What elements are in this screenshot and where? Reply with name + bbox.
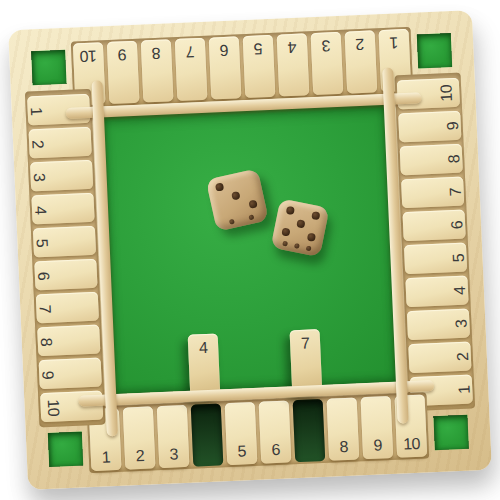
- tile-number: 7: [447, 187, 463, 196]
- tile-number: 1: [379, 34, 410, 51]
- tile-number: 10: [439, 84, 456, 101]
- center-felt: [102, 104, 398, 394]
- tile-top-8[interactable]: 8: [141, 39, 174, 102]
- tile-number: 8: [446, 154, 462, 163]
- die-pip: [307, 232, 316, 241]
- tile-number: 7: [175, 43, 206, 60]
- tile-number: 3: [159, 446, 190, 463]
- tile-number: 1: [456, 385, 472, 394]
- tile-left-5[interactable]: 5: [33, 226, 96, 258]
- tile-bottom-2[interactable]: 2: [123, 406, 156, 469]
- tray-bottom: 123568910: [87, 392, 430, 473]
- tile-number: 7: [36, 304, 52, 313]
- tile-left-4[interactable]: 4: [31, 193, 94, 225]
- tile-top-6[interactable]: 6: [209, 36, 242, 99]
- tile-number: 2: [125, 447, 156, 464]
- tile-number: 2: [454, 352, 470, 361]
- tile-number: 5: [34, 238, 50, 247]
- empty-slot-bottom-4: [191, 403, 224, 466]
- die-pip: [281, 227, 290, 236]
- tile-number: 8: [141, 44, 172, 61]
- tile-number: 2: [29, 139, 45, 148]
- tile-number: 3: [31, 172, 47, 181]
- tile-top-2[interactable]: 2: [345, 30, 378, 93]
- tile-number: 6: [449, 220, 465, 229]
- tile-top-4[interactable]: 4: [277, 33, 310, 96]
- tile-number: 4: [452, 286, 468, 295]
- tile-number: 5: [450, 253, 466, 262]
- tile-number: 7: [290, 335, 321, 352]
- tile-number: 3: [311, 37, 342, 54]
- die-1[interactable]: [206, 168, 269, 231]
- tile-right-6[interactable]: 6: [403, 210, 466, 242]
- tile-number: 4: [277, 38, 308, 55]
- tile-right-3[interactable]: 3: [407, 309, 470, 341]
- tile-right-7[interactable]: 7: [401, 177, 464, 209]
- tile-bottom-3[interactable]: 3: [157, 405, 190, 468]
- tile-right-2[interactable]: 2: [408, 341, 471, 373]
- tile-number: 6: [35, 271, 51, 280]
- tile-left-6[interactable]: 6: [34, 259, 97, 291]
- tile-left-9[interactable]: 9: [39, 358, 102, 390]
- tile-number: 10: [73, 47, 104, 64]
- tile-bottom-6[interactable]: 6: [259, 400, 292, 463]
- die-pip: [305, 245, 311, 251]
- tile-bottom-8[interactable]: 8: [327, 397, 360, 460]
- die-pip: [248, 199, 258, 209]
- tile-number: 1: [28, 106, 44, 115]
- tile-right-8[interactable]: 8: [400, 144, 463, 176]
- die-pip: [282, 240, 288, 246]
- tile-top-7[interactable]: 7: [175, 38, 208, 101]
- tile-number: 4: [188, 339, 219, 356]
- shut-the-box-board: 10987654321 10987654321 123568910 123456…: [8, 10, 492, 490]
- tile-top-9[interactable]: 9: [107, 41, 140, 104]
- die-2[interactable]: [271, 198, 330, 257]
- tile-number: 10: [45, 399, 62, 416]
- tile-right-9[interactable]: 9: [398, 111, 461, 143]
- die-pip: [229, 218, 235, 224]
- tile-number: 5: [226, 443, 257, 460]
- tile-top-3[interactable]: 3: [311, 32, 344, 95]
- tile-right-5[interactable]: 5: [404, 243, 467, 275]
- corner-felt-cutout-top-left: [31, 50, 66, 85]
- tile-number: 3: [453, 319, 469, 328]
- corner-felt-cutout-top-right: [417, 33, 452, 68]
- tile-number: 2: [345, 35, 376, 52]
- tile-number: 9: [107, 46, 138, 63]
- tile-number: 8: [328, 438, 359, 455]
- tile-right-4[interactable]: 4: [405, 276, 468, 308]
- tile-left-8[interactable]: 8: [37, 325, 100, 357]
- tile-number: 9: [362, 437, 393, 454]
- tile-number: 4: [32, 205, 48, 214]
- tile-bottom-5[interactable]: 5: [225, 402, 258, 465]
- tile-number: 1: [91, 449, 122, 466]
- die-pip: [232, 191, 242, 201]
- die-pip: [285, 205, 294, 214]
- tile-number: 9: [39, 370, 55, 379]
- die-pip: [215, 182, 225, 192]
- empty-slot-bottom-7: [293, 399, 326, 462]
- tile-number: 6: [209, 41, 240, 58]
- corner-felt-cutout-bottom-right: [433, 415, 468, 450]
- tile-number: 5: [243, 40, 274, 57]
- die-pip: [311, 211, 320, 220]
- tile-bottom-9[interactable]: 9: [361, 396, 394, 459]
- die-pip: [296, 219, 305, 228]
- tile-top-5[interactable]: 5: [243, 35, 276, 98]
- tile-number: 9: [444, 121, 460, 130]
- tile-left-2[interactable]: 2: [29, 127, 92, 159]
- tile-number: 8: [38, 337, 54, 346]
- tile-left-7[interactable]: 7: [36, 292, 99, 324]
- tile-number: 6: [260, 441, 291, 458]
- tile-left-3[interactable]: 3: [30, 160, 93, 192]
- die-pip: [294, 242, 300, 248]
- die-pip: [248, 214, 254, 220]
- tile-number: 10: [396, 435, 427, 452]
- corner-felt-cutout-bottom-left: [48, 432, 83, 467]
- tray-right: 10987654321: [395, 73, 476, 412]
